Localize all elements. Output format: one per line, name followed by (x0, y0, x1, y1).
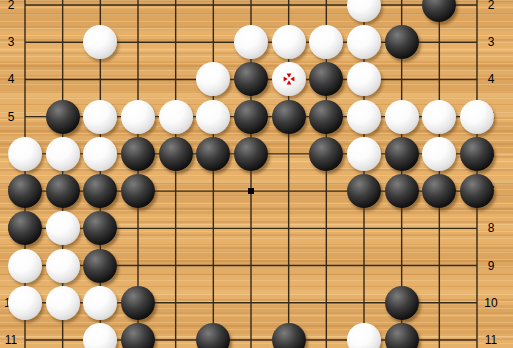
stone-white: ● (309, 25, 343, 59)
stone-glyph: ● (8, 249, 42, 283)
stone-glyph: ● (83, 323, 117, 348)
stone-white: ● (83, 25, 117, 59)
stone-glyph: ● (46, 286, 80, 320)
stone-black: ● (385, 286, 419, 320)
stone-black: ● (121, 286, 155, 320)
stone-black: ● (234, 62, 268, 96)
stone-glyph: ● (460, 137, 494, 171)
stone-white: ● (347, 323, 381, 348)
stone-black: ● (121, 137, 155, 171)
stone-black: ● (422, 174, 456, 208)
stone-glyph: ● (272, 25, 306, 59)
stone-black: ● (8, 211, 42, 245)
stone-black: ● (385, 25, 419, 59)
stone-glyph: ● (422, 137, 456, 171)
stone-glyph: ● (83, 174, 117, 208)
stone-white: ● (347, 137, 381, 171)
stone-glyph: ● (347, 25, 381, 59)
stone-glyph: ● (46, 137, 80, 171)
stone-glyph: ● (385, 286, 419, 320)
stone-glyph: ● (385, 100, 419, 134)
stone-white: ● (422, 137, 456, 171)
stone-glyph: ● (83, 25, 117, 59)
stone-black: ● (234, 100, 268, 134)
stone-black: ● (8, 174, 42, 208)
stone-glyph: ● (121, 100, 155, 134)
stone-black: ● (83, 174, 117, 208)
stone-glyph: ● (347, 323, 381, 348)
stone-glyph: ● (46, 249, 80, 283)
stone-white: ● (46, 211, 80, 245)
stone-white: ● (196, 62, 230, 96)
stone-glyph: ● (83, 137, 117, 171)
stone-glyph: ● (460, 174, 494, 208)
stone-white: ● (460, 100, 494, 134)
stone-glyph: ● (422, 100, 456, 134)
stone-glyph: ● (83, 249, 117, 283)
stone-glyph: ● (159, 137, 193, 171)
stone-glyph: ● (8, 211, 42, 245)
stone-glyph: ● (347, 174, 381, 208)
stone-glyph: ● (46, 211, 80, 245)
stone-white: ● (347, 0, 381, 22)
board-intersections[interactable]: ●●●●●●●●●●●●●●●●●●●●●●●●●●●●●●●●●●●●●●●●… (6, 0, 496, 348)
stone-white: ● (46, 137, 80, 171)
stone-white: ● (347, 100, 381, 134)
stone-black: ● (46, 100, 80, 134)
stone-black: ● (196, 323, 230, 348)
stone-white: ● (46, 249, 80, 283)
stone-black: ● (422, 0, 456, 22)
stone-glyph: ● (234, 100, 268, 134)
stone-white: ● (272, 62, 306, 96)
stone-glyph: ● (121, 286, 155, 320)
stone-black: ● (385, 323, 419, 348)
stone-glyph: ● (272, 62, 306, 96)
stone-white: ● (347, 62, 381, 96)
stone-glyph: ● (83, 100, 117, 134)
stone-white: ● (347, 25, 381, 59)
stone-white: ● (83, 137, 117, 171)
stone-white: ● (121, 100, 155, 134)
stone-glyph: ● (272, 323, 306, 348)
stone-glyph: ● (385, 323, 419, 348)
stone-glyph: ● (46, 174, 80, 208)
stone-black: ● (83, 249, 117, 283)
stone-black: ● (234, 137, 268, 171)
stone-white: ● (8, 137, 42, 171)
stone-glyph: ● (234, 25, 268, 59)
stone-glyph: ● (347, 100, 381, 134)
stone-glyph: ● (8, 137, 42, 171)
stone-glyph: ● (309, 137, 343, 171)
stone-white: ● (8, 286, 42, 320)
stone-glyph: ● (83, 286, 117, 320)
stone-glyph: ● (385, 25, 419, 59)
stone-glyph: ● (385, 137, 419, 171)
stone-black: ● (272, 323, 306, 348)
stone-black: ● (347, 174, 381, 208)
stone-glyph: ● (8, 286, 42, 320)
stone-black: ● (159, 137, 193, 171)
stone-glyph: ● (196, 323, 230, 348)
stone-black: ● (83, 211, 117, 245)
stone-white: ● (234, 25, 268, 59)
stone-black: ● (121, 323, 155, 348)
stone-glyph: ● (121, 137, 155, 171)
stone-black: ● (309, 62, 343, 96)
stone-black: ● (309, 100, 343, 134)
last-move-crosshair-icon (282, 73, 295, 86)
stone-glyph: ● (234, 137, 268, 171)
stone-black: ● (46, 174, 80, 208)
stone-glyph: ● (460, 100, 494, 134)
stone-black: ● (385, 137, 419, 171)
stone-white: ● (83, 323, 117, 348)
stone-white: ● (46, 286, 80, 320)
stone-glyph: ● (83, 211, 117, 245)
stone-white: ● (196, 100, 230, 134)
stone-white: ● (422, 100, 456, 134)
stone-glyph: ● (385, 174, 419, 208)
stone-glyph: ● (347, 0, 381, 22)
stone-black: ● (121, 174, 155, 208)
stone-glyph: ● (121, 323, 155, 348)
stone-glyph: ● (309, 100, 343, 134)
stone-white: ● (385, 100, 419, 134)
stone-black: ● (309, 137, 343, 171)
stone-glyph: ● (196, 137, 230, 171)
stone-black: ● (385, 174, 419, 208)
stone-black: ● (196, 137, 230, 171)
stone-white: ● (83, 286, 117, 320)
stone-glyph: ● (159, 100, 193, 134)
stone-black: ● (460, 137, 494, 171)
stone-glyph: ● (309, 62, 343, 96)
stone-black: ● (272, 100, 306, 134)
stone-glyph: ● (309, 25, 343, 59)
stone-white: ● (8, 249, 42, 283)
stone-glyph: ● (422, 174, 456, 208)
stone-white: ● (159, 100, 193, 134)
stone-white: ● (272, 25, 306, 59)
stone-glyph: ● (272, 100, 306, 134)
stone-glyph: ● (234, 62, 268, 96)
stone-glyph: ● (422, 0, 456, 22)
stone-glyph: ● (121, 174, 155, 208)
stone-white: ● (83, 100, 117, 134)
stone-glyph: ● (196, 100, 230, 134)
go-board: 234567891011 234567891011 ●●●●●●●●●●●●●●… (0, 0, 513, 348)
stone-glyph: ● (347, 62, 381, 96)
stone-glyph: ● (347, 137, 381, 171)
stone-glyph: ● (196, 62, 230, 96)
stone-glyph: ● (8, 174, 42, 208)
stone-glyph: ● (46, 100, 80, 134)
stone-black: ● (460, 174, 494, 208)
